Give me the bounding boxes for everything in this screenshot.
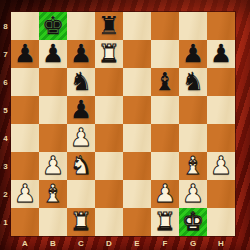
square-e7[interactable] [123,40,151,68]
white-rook[interactable]: ♜ [67,208,95,236]
square-a8[interactable] [11,12,39,40]
file-label-c: C [67,236,95,250]
white-pawn[interactable]: ♟ [179,180,207,208]
square-e6[interactable] [123,68,151,96]
square-e4[interactable] [123,124,151,152]
square-d2[interactable] [95,180,123,208]
square-g5[interactable] [179,96,207,124]
black-pawn[interactable]: ♟ [67,96,95,124]
file-label-h: H [207,236,235,250]
white-knight[interactable]: ♞ [67,152,95,180]
square-a6[interactable] [11,68,39,96]
square-c6[interactable]: ♞ [67,68,95,96]
black-knight[interactable]: ♞ [67,68,95,96]
square-f1[interactable]: ♜ [151,208,179,236]
white-rook[interactable]: ♜ [151,208,179,236]
square-b4[interactable] [39,124,67,152]
square-a5[interactable] [11,96,39,124]
rank-coordinates: 87654321 [0,12,11,236]
square-d7[interactable]: ♜ [95,40,123,68]
square-g2[interactable]: ♟ [179,180,207,208]
white-king[interactable]: ♚ [179,208,207,236]
square-h8[interactable] [207,12,235,40]
square-g3[interactable]: ♝ [179,152,207,180]
rank-label-3: 3 [0,152,11,180]
square-h4[interactable] [207,124,235,152]
square-c8[interactable] [67,12,95,40]
square-b6[interactable] [39,68,67,96]
rank-label-1: 1 [0,208,11,236]
white-pawn[interactable]: ♟ [207,152,235,180]
file-label-f: F [151,236,179,250]
square-f8[interactable] [151,12,179,40]
black-pawn[interactable]: ♟ [39,40,67,68]
square-c4[interactable]: ♟ [67,124,95,152]
square-h1[interactable] [207,208,235,236]
square-a3[interactable] [11,152,39,180]
square-b8[interactable]: ♚ [39,12,67,40]
square-g4[interactable] [179,124,207,152]
rank-label-4: 4 [0,124,11,152]
black-pawn[interactable]: ♟ [179,40,207,68]
square-e2[interactable] [123,180,151,208]
square-e1[interactable] [123,208,151,236]
square-e3[interactable] [123,152,151,180]
chess-board-frame: 87654321 ABCDEFGH ♚♜♟♟♟♜♟♟♞♝♞♟♟♟♞♝♟♟♝♟♟♜… [0,0,250,250]
square-f6[interactable]: ♝ [151,68,179,96]
square-f5[interactable] [151,96,179,124]
black-bishop[interactable]: ♝ [151,68,179,96]
rank-label-6: 6 [0,68,11,96]
rank-label-5: 5 [0,96,11,124]
file-label-e: E [123,236,151,250]
file-label-g: G [179,236,207,250]
square-b3[interactable]: ♟ [39,152,67,180]
square-g7[interactable]: ♟ [179,40,207,68]
square-a2[interactable]: ♟ [11,180,39,208]
square-c1[interactable]: ♜ [67,208,95,236]
square-c5[interactable]: ♟ [67,96,95,124]
square-e5[interactable] [123,96,151,124]
square-c3[interactable]: ♞ [67,152,95,180]
square-f7[interactable] [151,40,179,68]
square-d5[interactable] [95,96,123,124]
file-label-a: A [11,236,39,250]
square-d8[interactable]: ♜ [95,12,123,40]
white-pawn[interactable]: ♟ [11,180,39,208]
square-h6[interactable] [207,68,235,96]
rank-label-2: 2 [0,180,11,208]
white-bishop[interactable]: ♝ [39,180,67,208]
file-label-d: D [95,236,123,250]
square-d1[interactable] [95,208,123,236]
square-h3[interactable]: ♟ [207,152,235,180]
square-d3[interactable] [95,152,123,180]
square-d6[interactable] [95,68,123,96]
square-f4[interactable] [151,124,179,152]
black-rook[interactable]: ♜ [95,12,123,40]
file-coordinates: ABCDEFGH [11,236,235,250]
square-g6[interactable]: ♞ [179,68,207,96]
square-c7[interactable]: ♟ [67,40,95,68]
square-h2[interactable] [207,180,235,208]
black-pawn[interactable]: ♟ [67,40,95,68]
white-pawn[interactable]: ♟ [39,152,67,180]
rank-label-7: 7 [0,40,11,68]
square-f2[interactable]: ♟ [151,180,179,208]
black-knight[interactable]: ♞ [179,68,207,96]
square-g8[interactable] [179,12,207,40]
square-a1[interactable] [11,208,39,236]
rank-label-8: 8 [0,12,11,40]
square-b1[interactable] [39,208,67,236]
square-g1[interactable]: ♚ [179,208,207,236]
black-pawn[interactable]: ♟ [207,40,235,68]
black-pawn[interactable]: ♟ [11,40,39,68]
chess-board: ♚♜♟♟♟♜♟♟♞♝♞♟♟♟♞♝♟♟♝♟♟♜♜♚ [11,12,235,236]
square-d4[interactable] [95,124,123,152]
square-b5[interactable] [39,96,67,124]
file-label-b: B [39,236,67,250]
white-bishop[interactable]: ♝ [179,152,207,180]
square-e8[interactable] [123,12,151,40]
square-h7[interactable]: ♟ [207,40,235,68]
square-f3[interactable] [151,152,179,180]
square-b7[interactable]: ♟ [39,40,67,68]
square-a7[interactable]: ♟ [11,40,39,68]
white-pawn[interactable]: ♟ [67,124,95,152]
square-a4[interactable] [11,124,39,152]
white-rook[interactable]: ♜ [95,40,123,68]
square-c2[interactable] [67,180,95,208]
square-h5[interactable] [207,96,235,124]
white-pawn[interactable]: ♟ [151,180,179,208]
square-b2[interactable]: ♝ [39,180,67,208]
black-king[interactable]: ♚ [39,12,67,40]
